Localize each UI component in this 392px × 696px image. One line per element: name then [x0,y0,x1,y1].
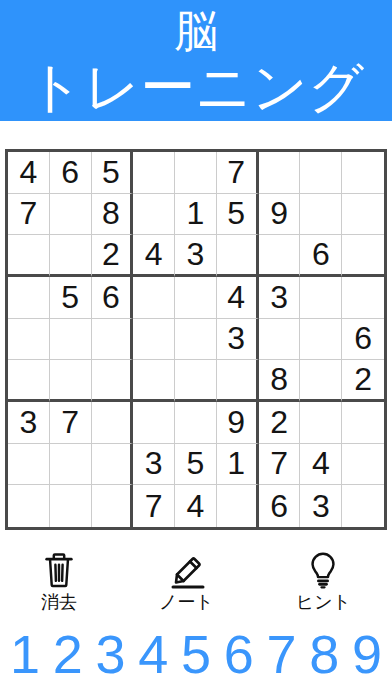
cell-r1c2[interactable]: 6 [50,152,92,194]
cell-r5c6[interactable]: 3 [217,319,259,361]
cell-r5c3[interactable] [92,319,134,361]
numpad-1[interactable]: 1 [10,624,40,684]
cell-r7c7[interactable]: 2 [259,402,301,444]
numpad-2[interactable]: 2 [53,624,83,684]
cell-r4c2[interactable]: 5 [50,277,92,319]
cell-r2c4[interactable] [133,194,175,236]
cell-r4c8[interactable] [300,277,342,319]
cell-r8c1[interactable] [8,444,50,486]
cell-r2c6[interactable]: 5 [217,194,259,236]
cell-r1c3[interactable]: 5 [92,152,134,194]
cell-r5c1[interactable] [8,319,50,361]
cell-r4c9[interactable] [342,277,384,319]
cell-r5c7[interactable] [259,319,301,361]
cell-r3c2[interactable] [50,235,92,277]
cell-r7c9[interactable] [342,402,384,444]
numpad-6[interactable]: 6 [224,624,254,684]
cell-r7c5[interactable] [175,402,217,444]
bulb-icon [307,551,339,589]
cell-r9c1[interactable] [8,485,50,527]
cell-r2c2[interactable] [50,194,92,236]
note-label: ノート [159,590,214,614]
cell-r5c4[interactable] [133,319,175,361]
cell-r8c8[interactable]: 4 [300,444,342,486]
cell-r7c1[interactable]: 3 [8,402,50,444]
cell-r9c2[interactable] [50,485,92,527]
cell-r8c7[interactable]: 7 [259,444,301,486]
cell-r9c5[interactable]: 4 [175,485,217,527]
cell-r8c3[interactable] [92,444,134,486]
cell-r6c4[interactable] [133,360,175,402]
numpad-8[interactable]: 8 [309,624,339,684]
cell-r3c4[interactable]: 4 [133,235,175,277]
cell-r6c7[interactable]: 8 [259,360,301,402]
numpad-3[interactable]: 3 [95,624,125,684]
cell-r9c3[interactable] [92,485,134,527]
cell-r6c8[interactable] [300,360,342,402]
note-button[interactable]: ノート [159,551,214,614]
cell-r7c4[interactable] [133,402,175,444]
cell-r8c4[interactable]: 3 [133,444,175,486]
cell-r4c4[interactable] [133,277,175,319]
cell-r2c8[interactable] [300,194,342,236]
cell-r8c5[interactable]: 5 [175,444,217,486]
cell-r9c7[interactable]: 6 [259,485,301,527]
cell-r5c8[interactable] [300,319,342,361]
numpad-9[interactable]: 9 [352,624,382,684]
cell-r5c2[interactable] [50,319,92,361]
cell-r3c6[interactable] [217,235,259,277]
cell-r2c7[interactable]: 9 [259,194,301,236]
cell-r9c4[interactable]: 7 [133,485,175,527]
hint-button[interactable]: ヒント [296,551,351,614]
cell-r1c5[interactable] [175,152,217,194]
cell-r2c3[interactable]: 8 [92,194,134,236]
cell-r1c4[interactable] [133,152,175,194]
sudoku-board: 4657781592436564336823792351747463 [5,149,387,530]
pencil-icon [164,551,208,589]
cell-r2c9[interactable] [342,194,384,236]
cell-r1c9[interactable] [342,152,384,194]
cell-r8c6[interactable]: 1 [217,444,259,486]
cell-r9c6[interactable] [217,485,259,527]
cell-r6c6[interactable] [217,360,259,402]
cell-r7c2[interactable]: 7 [50,402,92,444]
erase-label: 消去 [41,590,77,614]
cell-r2c1[interactable]: 7 [8,194,50,236]
cell-r6c5[interactable] [175,360,217,402]
cell-r9c8[interactable]: 3 [300,485,342,527]
cell-r7c6[interactable]: 9 [217,402,259,444]
cell-r6c3[interactable] [92,360,134,402]
cell-r4c1[interactable] [8,277,50,319]
number-pad: 123456789 [0,624,392,684]
cell-r3c9[interactable] [342,235,384,277]
cell-r3c8[interactable]: 6 [300,235,342,277]
cell-r3c5[interactable]: 3 [175,235,217,277]
cell-r1c8[interactable] [300,152,342,194]
cell-r3c7[interactable] [259,235,301,277]
cell-r5c5[interactable] [175,319,217,361]
cell-r5c9[interactable]: 6 [342,319,384,361]
cell-r3c1[interactable] [8,235,50,277]
cell-r9c9[interactable] [342,485,384,527]
app-title-line2: トレーニング [28,57,364,117]
cell-r1c7[interactable] [259,152,301,194]
numpad-7[interactable]: 7 [266,624,296,684]
cell-r1c6[interactable]: 7 [217,152,259,194]
cell-r7c3[interactable] [92,402,134,444]
cell-r4c3[interactable]: 6 [92,277,134,319]
cell-r3c3[interactable]: 2 [92,235,134,277]
numpad-4[interactable]: 4 [138,624,168,684]
cell-r4c7[interactable]: 3 [259,277,301,319]
app-title-line1: 脳 [174,5,218,57]
cell-r7c8[interactable] [300,402,342,444]
cell-r4c5[interactable] [175,277,217,319]
cell-r1c1[interactable]: 4 [8,152,50,194]
erase-button[interactable]: 消去 [41,551,77,614]
cell-r6c2[interactable] [50,360,92,402]
app-header: 脳 トレーニング [0,0,392,121]
cell-r6c9[interactable]: 2 [342,360,384,402]
toolbar: 消去 ノート ヒント [0,551,392,614]
numpad-5[interactable]: 5 [181,624,211,684]
cell-r2c5[interactable]: 1 [175,194,217,236]
cell-r4c6[interactable]: 4 [217,277,259,319]
cell-r6c1[interactable] [8,360,50,402]
hint-label: ヒント [296,590,351,614]
trash-icon [42,551,76,589]
cell-r8c2[interactable] [50,444,92,486]
cell-r8c9[interactable] [342,444,384,486]
